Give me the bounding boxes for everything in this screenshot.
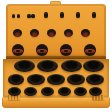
o-ring-hole xyxy=(88,50,92,53)
o-ring-hole xyxy=(16,50,20,53)
o-ring-edge xyxy=(92,12,96,19)
o-ring-tray xyxy=(58,87,71,96)
o-ring-tray xyxy=(8,74,25,85)
o-ring-red xyxy=(36,44,48,56)
o-ring-tray xyxy=(24,87,37,96)
o-ring-small xyxy=(47,29,56,37)
o-ring-tray xyxy=(37,60,58,72)
o-ring-hole xyxy=(40,50,44,53)
o-ring-tiny xyxy=(12,14,15,18)
photo-stage xyxy=(0,0,112,112)
o-ring-red xyxy=(84,44,96,56)
o-ring-red xyxy=(60,44,72,56)
o-ring-small xyxy=(81,29,90,37)
rings-layer xyxy=(0,0,112,112)
o-ring-tray xyxy=(67,74,85,85)
o-ring-tray xyxy=(8,87,21,96)
o-ring-edge xyxy=(76,12,80,19)
o-ring-tray xyxy=(74,87,87,96)
o-ring-red xyxy=(12,44,24,56)
o-ring-small xyxy=(64,29,73,37)
o-ring-small xyxy=(30,29,39,37)
o-ring-tray xyxy=(27,74,45,85)
o-ring-hole xyxy=(64,50,68,53)
o-ring-small xyxy=(13,29,22,37)
o-ring-tray xyxy=(86,74,104,85)
o-ring-tray xyxy=(83,60,104,72)
o-ring-tiny xyxy=(17,14,20,18)
o-ring-tray xyxy=(89,87,102,96)
o-ring-tiny xyxy=(27,14,31,18)
o-ring-tray xyxy=(41,87,54,96)
o-ring-tray xyxy=(14,60,35,72)
o-ring-edge xyxy=(44,12,48,19)
o-ring-tray xyxy=(61,60,82,72)
o-ring-edge xyxy=(60,12,64,19)
o-ring-tray xyxy=(47,74,65,85)
o-ring-tiny xyxy=(31,14,35,18)
